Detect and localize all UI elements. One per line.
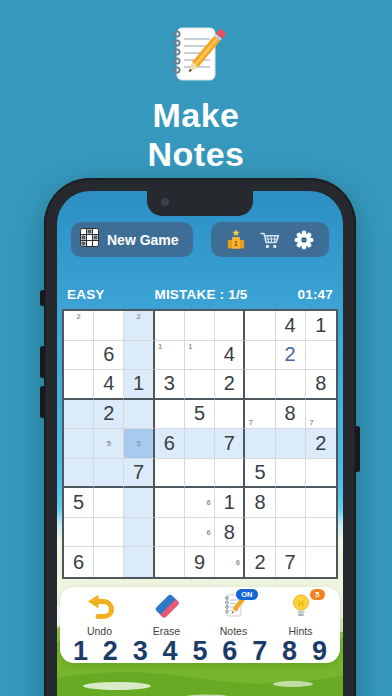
phone-mockup: New Game 1 bbox=[44, 178, 356, 696]
given-digit: 8 bbox=[315, 372, 326, 395]
given-digit: 4 bbox=[285, 314, 296, 337]
given-digit: 6 bbox=[73, 551, 84, 574]
pencil-notes: 1 bbox=[186, 342, 213, 369]
cell-r9c6[interactable]: 6 bbox=[215, 547, 245, 577]
user-digit: 2 bbox=[285, 343, 296, 366]
erase-button[interactable]: Erase bbox=[139, 592, 195, 637]
cell-r8c8[interactable] bbox=[276, 518, 306, 548]
cell-r9c8[interactable]: 7 bbox=[276, 547, 306, 577]
numpad-digit-5[interactable]: 5 bbox=[192, 636, 207, 667]
cell-r4c7[interactable]: 7 bbox=[245, 400, 275, 430]
cell-r3c9[interactable]: 8 bbox=[306, 370, 336, 400]
numpad-digit-9[interactable]: 9 bbox=[312, 636, 327, 667]
given-digit: 4 bbox=[224, 343, 235, 366]
hero-section: Make Notes bbox=[0, 22, 392, 174]
header-icon-group: 1 bbox=[211, 222, 329, 257]
status-bar: EASY MISTAKE : 1/5 01:47 bbox=[57, 287, 343, 302]
cell-r4c5[interactable]: 5 bbox=[185, 400, 215, 430]
cell-r3c8[interactable] bbox=[276, 370, 306, 400]
cell-r5c5[interactable] bbox=[185, 429, 215, 459]
cell-r4c6[interactable] bbox=[215, 400, 245, 430]
notes-on-badge: ON bbox=[236, 589, 257, 600]
cell-r6c2[interactable] bbox=[94, 459, 124, 489]
cell-r1c8[interactable]: 4 bbox=[276, 311, 306, 341]
cell-r1c7[interactable] bbox=[245, 311, 275, 341]
given-digit: 5 bbox=[73, 491, 84, 514]
cell-r6c1[interactable] bbox=[64, 459, 94, 489]
cell-r3c1[interactable] bbox=[64, 370, 94, 400]
numpad-digit-1[interactable]: 1 bbox=[73, 636, 88, 667]
given-digit: 8 bbox=[224, 521, 235, 544]
given-digit: 8 bbox=[254, 491, 265, 514]
numpad-digit-2[interactable]: 2 bbox=[103, 636, 118, 667]
given-digit: 1 bbox=[133, 372, 144, 395]
cell-r8c9[interactable] bbox=[306, 518, 336, 548]
volume-down-button bbox=[40, 386, 45, 418]
cell-r1c2[interactable] bbox=[94, 311, 124, 341]
given-digit: 8 bbox=[285, 402, 296, 425]
cell-r1c5[interactable] bbox=[185, 311, 215, 341]
pencil-notes: 6 bbox=[186, 489, 213, 516]
cell-r6c3[interactable]: 7 bbox=[124, 459, 154, 489]
cell-r5c3[interactable]: 5 bbox=[124, 429, 154, 459]
cell-r6c8[interactable] bbox=[276, 459, 306, 489]
new-game-button[interactable]: New Game bbox=[71, 222, 193, 257]
cell-r7c6[interactable]: 1 bbox=[215, 488, 245, 518]
cell-r3c3[interactable]: 1 bbox=[124, 370, 154, 400]
mistake-counter: MISTAKE : 1/5 bbox=[154, 287, 247, 302]
numpad-digit-7[interactable]: 7 bbox=[252, 636, 267, 667]
numpad-digit-6[interactable]: 6 bbox=[222, 636, 237, 667]
pencil-notes: 2 bbox=[125, 312, 151, 339]
notes-button[interactable]: ON bbox=[206, 592, 262, 637]
cell-r4c4[interactable] bbox=[155, 400, 185, 430]
cell-r8c6[interactable]: 8 bbox=[215, 518, 245, 548]
eraser-icon bbox=[152, 592, 182, 624]
cell-r5c8[interactable] bbox=[276, 429, 306, 459]
cell-r7c3[interactable] bbox=[124, 488, 154, 518]
cell-r7c4[interactable] bbox=[155, 488, 185, 518]
given-digit: 7 bbox=[224, 432, 235, 455]
cell-r3c4[interactable]: 3 bbox=[155, 370, 185, 400]
shop-cart-icon[interactable] bbox=[255, 225, 285, 255]
page-title: Make Notes bbox=[0, 96, 392, 174]
timer: 01:47 bbox=[297, 287, 333, 302]
cell-r3c5[interactable] bbox=[185, 370, 215, 400]
undo-button[interactable]: Undo bbox=[72, 592, 128, 637]
cell-r6c7[interactable]: 5 bbox=[245, 459, 275, 489]
cell-r3c2[interactable]: 4 bbox=[94, 370, 124, 400]
numpad-digit-8[interactable]: 8 bbox=[282, 636, 297, 667]
given-digit: 1 bbox=[315, 314, 326, 337]
cell-r7c2[interactable] bbox=[94, 488, 124, 518]
numpad-digit-3[interactable]: 3 bbox=[133, 636, 148, 667]
given-digit: 2 bbox=[254, 551, 265, 574]
pencil-notes: 7 bbox=[307, 401, 335, 428]
given-digit: 6 bbox=[103, 343, 114, 366]
hints-button[interactable]: 5 Hints bbox=[273, 592, 329, 637]
cell-r4c3[interactable] bbox=[124, 400, 154, 430]
leaderboard-podium-icon[interactable]: 1 bbox=[221, 225, 251, 255]
pencil-notes: 2 bbox=[65, 312, 92, 339]
cell-r5c9[interactable]: 2 bbox=[306, 429, 336, 459]
given-digit: 3 bbox=[164, 372, 175, 395]
cell-r9c5[interactable]: 9 bbox=[185, 547, 215, 577]
bottom-panel: Undo Erase ON bbox=[60, 587, 340, 663]
power-button bbox=[355, 426, 360, 472]
cell-r5c4[interactable]: 6 bbox=[155, 429, 185, 459]
pencil-notes: 6 bbox=[186, 519, 213, 546]
given-digit: 9 bbox=[194, 551, 205, 574]
cell-r4c8[interactable]: 8 bbox=[276, 400, 306, 430]
new-game-label: New Game bbox=[107, 232, 179, 248]
cell-r1c4[interactable] bbox=[155, 311, 185, 341]
given-digit: 7 bbox=[285, 551, 296, 574]
cell-r2c8[interactable]: 2 bbox=[276, 341, 306, 371]
cell-r8c2[interactable] bbox=[94, 518, 124, 548]
settings-gear-icon[interactable] bbox=[289, 225, 319, 255]
cell-r5c1[interactable] bbox=[64, 429, 94, 459]
hints-label: Hints bbox=[289, 625, 313, 637]
cell-r9c4[interactable] bbox=[155, 547, 185, 577]
pencil-notes: 6 bbox=[216, 548, 242, 576]
given-digit: 7 bbox=[133, 461, 144, 484]
pencil-notes: 5 bbox=[125, 430, 151, 457]
cell-r7c9[interactable] bbox=[306, 488, 336, 518]
cell-r2c2[interactable]: 6 bbox=[94, 341, 124, 371]
mini-sudoku-grid-icon bbox=[80, 228, 99, 251]
given-digit: 2 bbox=[224, 372, 235, 395]
undo-label: Undo bbox=[87, 625, 112, 637]
cell-r8c7[interactable] bbox=[245, 518, 275, 548]
cell-r7c5[interactable]: 6 bbox=[185, 488, 215, 518]
volume-up-button bbox=[40, 346, 45, 378]
pencil-notes: 5 bbox=[95, 430, 122, 457]
cell-r1c1[interactable]: 2 bbox=[64, 311, 94, 341]
given-digit: 6 bbox=[164, 432, 175, 455]
cell-r1c6[interactable] bbox=[215, 311, 245, 341]
cell-r8c4[interactable] bbox=[155, 518, 185, 548]
cell-r5c7[interactable] bbox=[245, 429, 275, 459]
number-pad: 123456789 bbox=[60, 636, 340, 667]
cell-r9c9[interactable] bbox=[306, 547, 336, 577]
cell-r2c4[interactable]: 1 bbox=[155, 341, 185, 371]
pencil-notes: 1 bbox=[156, 342, 183, 369]
cell-r9c7[interactable]: 2 bbox=[245, 547, 275, 577]
given-digit: 4 bbox=[103, 372, 114, 395]
cell-r6c6[interactable] bbox=[215, 459, 245, 489]
phone-notch bbox=[147, 191, 253, 216]
mute-switch bbox=[40, 290, 45, 306]
undo-arrow-icon bbox=[85, 592, 115, 624]
cell-r4c9[interactable]: 7 bbox=[306, 400, 336, 430]
notebook-pencil-icon bbox=[165, 22, 227, 90]
cell-r2c5[interactable]: 1 bbox=[185, 341, 215, 371]
hints-count-badge: 5 bbox=[310, 589, 324, 600]
cell-r2c3[interactable] bbox=[124, 341, 154, 371]
cell-r5c2[interactable]: 5 bbox=[94, 429, 124, 459]
cell-r5c6[interactable]: 7 bbox=[215, 429, 245, 459]
cell-r6c9[interactable] bbox=[306, 459, 336, 489]
cell-r4c1[interactable] bbox=[64, 400, 94, 430]
given-digit: 5 bbox=[254, 461, 265, 484]
svg-text:1: 1 bbox=[234, 239, 239, 248]
phone-screen: New Game 1 bbox=[57, 191, 343, 696]
cell-r8c3[interactable] bbox=[124, 518, 154, 548]
pencil-notes: 7 bbox=[246, 401, 273, 428]
cell-r6c4[interactable] bbox=[155, 459, 185, 489]
erase-label: Erase bbox=[153, 625, 180, 637]
cell-r2c6[interactable]: 4 bbox=[215, 341, 245, 371]
given-digit: 1 bbox=[224, 491, 235, 514]
cell-r1c3[interactable]: 2 bbox=[124, 311, 154, 341]
cell-r9c1[interactable]: 6 bbox=[64, 547, 94, 577]
cell-r7c7[interactable]: 8 bbox=[245, 488, 275, 518]
sudoku-board: 2241611424132825787556727556186869627 bbox=[62, 309, 338, 579]
given-digit: 2 bbox=[315, 432, 326, 455]
cell-r9c3[interactable] bbox=[124, 547, 154, 577]
cell-r8c1[interactable] bbox=[64, 518, 94, 548]
cell-r2c7[interactable] bbox=[245, 341, 275, 371]
cell-r8c5[interactable]: 6 bbox=[185, 518, 215, 548]
cell-r2c9[interactable] bbox=[306, 341, 336, 371]
given-digit: 2 bbox=[103, 402, 114, 425]
cell-r9c2[interactable] bbox=[94, 547, 124, 577]
cell-r6c5[interactable] bbox=[185, 459, 215, 489]
cell-r7c1[interactable]: 5 bbox=[64, 488, 94, 518]
camera-dot bbox=[161, 198, 169, 206]
cell-r2c1[interactable] bbox=[64, 341, 94, 371]
cell-r1c9[interactable]: 1 bbox=[306, 311, 336, 341]
cell-r4c2[interactable]: 2 bbox=[94, 400, 124, 430]
given-digit: 5 bbox=[194, 402, 205, 425]
numpad-digit-4[interactable]: 4 bbox=[163, 636, 178, 667]
notes-label: Notes bbox=[220, 625, 247, 637]
difficulty-label: EASY bbox=[67, 287, 105, 302]
cell-r3c6[interactable]: 2 bbox=[215, 370, 245, 400]
cell-r3c7[interactable] bbox=[245, 370, 275, 400]
cell-r7c8[interactable] bbox=[276, 488, 306, 518]
